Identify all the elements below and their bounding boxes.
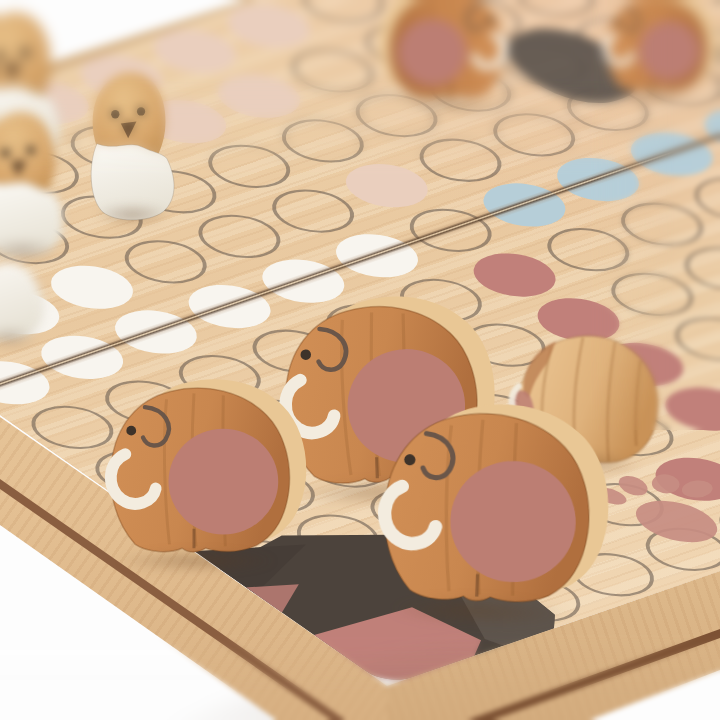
egg-base-piece[interactable] [0, 258, 47, 347]
mammoth-ear [639, 21, 701, 80]
mammoth-ear [168, 429, 278, 535]
mammoth-eye [487, 17, 493, 23]
piece-shadow [597, 87, 713, 104]
piece-shadow [84, 201, 181, 229]
mammoth-piece[interactable] [74, 352, 309, 572]
mammoth-eye [126, 426, 136, 436]
mammoth-piece[interactable] [339, 368, 616, 628]
chick-piece[interactable] [75, 55, 185, 224]
mammoth-eye [615, 20, 621, 26]
mammoth-piece[interactable] [586, 0, 718, 102]
chick-eye-left [111, 110, 119, 118]
piece-shadow [93, 546, 300, 575]
mammoth-figure [74, 352, 309, 568]
mammoth-leg-slit [477, 574, 478, 596]
mammoth-piece[interactable] [378, 0, 527, 109]
mammoth-figure [339, 368, 616, 624]
chick-figure [75, 55, 185, 221]
mammoth-ear [397, 19, 466, 86]
chick-piece[interactable] [0, 95, 74, 261]
chick-eye-left [2, 149, 10, 157]
chick-figure [0, 95, 74, 257]
product-photo-scene [0, 0, 720, 720]
chick-eye-right [137, 107, 145, 115]
chick-eye-right [21, 48, 30, 57]
piece-shadow [384, 93, 515, 112]
mammoth-figure [586, 0, 718, 99]
chick-eye-right [27, 146, 35, 154]
pieces-layer [0, 0, 720, 720]
mammoth-figure [378, 0, 527, 107]
